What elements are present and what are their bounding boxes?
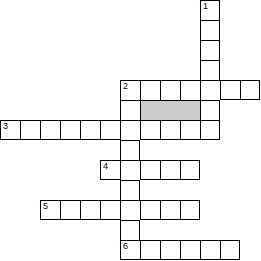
crossword-cell[interactable] bbox=[140, 80, 160, 100]
crossword-cell[interactable] bbox=[20, 120, 40, 140]
crossword-cell[interactable] bbox=[200, 80, 220, 100]
crossword-cell[interactable] bbox=[140, 240, 160, 260]
crossword-cell[interactable] bbox=[140, 200, 160, 220]
crossword-cell[interactable] bbox=[220, 80, 240, 100]
crossword-cell[interactable] bbox=[180, 240, 200, 260]
crossword-cell[interactable]: 1 bbox=[200, 0, 220, 20]
crossword-cell[interactable] bbox=[120, 180, 140, 200]
crossword-cell[interactable] bbox=[200, 40, 220, 60]
crossword-cell[interactable] bbox=[80, 200, 100, 220]
crossword-cell[interactable] bbox=[160, 200, 180, 220]
crossword-cell[interactable] bbox=[180, 160, 200, 180]
crossword-cell[interactable] bbox=[160, 240, 180, 260]
crossword-cell[interactable]: 4 bbox=[100, 160, 120, 180]
crossword-puzzle: 123456 bbox=[0, 0, 261, 261]
crossword-cell[interactable] bbox=[180, 120, 200, 140]
crossword-cell[interactable] bbox=[180, 200, 200, 220]
crossword-cell[interactable] bbox=[240, 80, 260, 100]
clue-number: 4 bbox=[103, 161, 108, 171]
crossword-grid: 123456 bbox=[0, 0, 260, 260]
crossword-cell[interactable]: 2 bbox=[120, 80, 140, 100]
crossword-cell[interactable] bbox=[120, 120, 140, 140]
crossword-cell[interactable] bbox=[200, 120, 220, 140]
crossword-cell[interactable] bbox=[200, 100, 220, 120]
clue-number: 3 bbox=[3, 121, 8, 131]
crossword-cell[interactable]: 3 bbox=[0, 120, 20, 140]
crossword-cell[interactable] bbox=[160, 80, 180, 100]
clue-number: 6 bbox=[123, 241, 128, 251]
crossword-cell[interactable] bbox=[160, 120, 180, 140]
crossword-cell[interactable] bbox=[120, 160, 140, 180]
crossword-cell[interactable] bbox=[160, 160, 180, 180]
crossword-cell[interactable] bbox=[120, 200, 140, 220]
crossword-cell[interactable] bbox=[60, 120, 80, 140]
crossword-cell[interactable] bbox=[80, 120, 100, 140]
crossword-cell[interactable] bbox=[100, 120, 120, 140]
crossword-cell[interactable] bbox=[180, 80, 200, 100]
shaded-block bbox=[140, 100, 200, 120]
crossword-cell[interactable]: 5 bbox=[40, 200, 60, 220]
crossword-cell[interactable] bbox=[140, 120, 160, 140]
clue-number: 5 bbox=[43, 201, 48, 211]
crossword-cell[interactable] bbox=[100, 200, 120, 220]
crossword-cell[interactable] bbox=[200, 60, 220, 80]
crossword-cell[interactable] bbox=[200, 20, 220, 40]
crossword-cell[interactable] bbox=[120, 220, 140, 240]
crossword-cell[interactable] bbox=[40, 120, 60, 140]
crossword-cell[interactable] bbox=[140, 160, 160, 180]
clue-number: 1 bbox=[203, 1, 208, 11]
crossword-cell[interactable] bbox=[200, 240, 220, 260]
crossword-cell[interactable] bbox=[120, 100, 140, 120]
clue-number: 2 bbox=[123, 81, 128, 91]
crossword-cell[interactable] bbox=[60, 200, 80, 220]
crossword-cell[interactable] bbox=[120, 140, 140, 160]
crossword-cell[interactable] bbox=[220, 240, 240, 260]
crossword-cell[interactable]: 6 bbox=[120, 240, 140, 260]
